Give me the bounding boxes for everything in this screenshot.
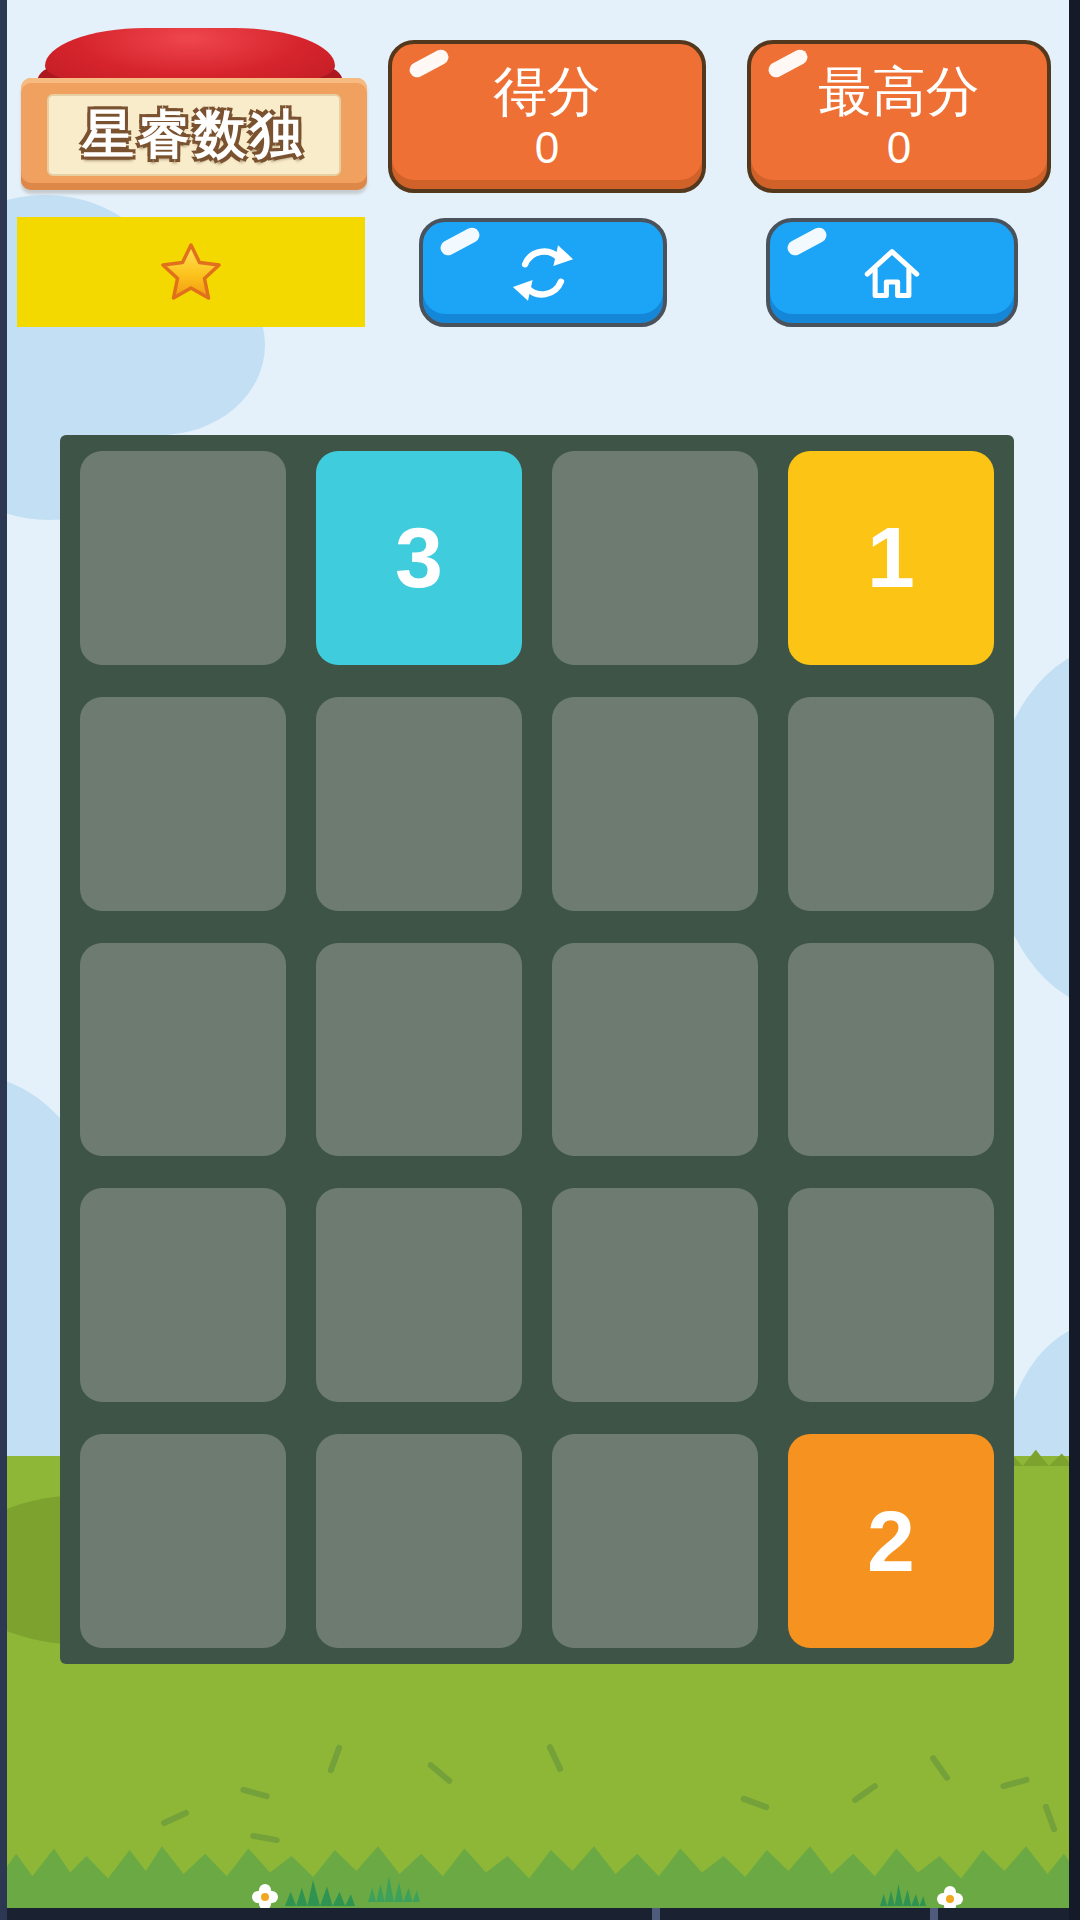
grass-dash (250, 1832, 281, 1843)
empty-cell[interactable] (788, 943, 994, 1157)
empty-cell[interactable] (80, 1434, 286, 1648)
empty-cell[interactable] (552, 1434, 758, 1648)
home-icon (856, 237, 928, 309)
grass-dash (1000, 1776, 1031, 1790)
refresh-icon (506, 236, 580, 310)
home-button[interactable] (766, 218, 1018, 327)
grass-dash (327, 1744, 343, 1774)
empty-cell[interactable] (552, 1188, 758, 1402)
sign-panel: 星睿数独 (47, 94, 341, 176)
empty-cell[interactable] (552, 451, 758, 665)
screen-edge-right (1069, 0, 1080, 1920)
best-score-panel: 最高分 0 (747, 40, 1051, 193)
restart-button[interactable] (419, 218, 667, 327)
screen-edge-left (0, 0, 7, 1920)
empty-cell[interactable] (552, 697, 758, 911)
tile-1[interactable]: 1 (788, 451, 994, 665)
grass-fringe (0, 1835, 1080, 1910)
grass-dash (929, 1754, 951, 1782)
empty-cell[interactable] (80, 1188, 286, 1402)
grass-dash (851, 1782, 879, 1804)
tile-3[interactable]: 3 (316, 451, 522, 665)
grass-dash (1042, 1803, 1058, 1833)
star-icon (159, 240, 223, 304)
tile-2[interactable]: 2 (788, 1434, 994, 1648)
sign-frame: 星睿数独 (21, 78, 367, 190)
grass-dash (740, 1795, 770, 1811)
grass-dash (160, 1809, 190, 1827)
empty-cell[interactable] (788, 1188, 994, 1402)
bottom-bar-slit (930, 1908, 938, 1920)
score-value: 0 (535, 126, 559, 170)
empty-cell[interactable] (80, 943, 286, 1157)
app-title-sign: 星睿数独 (21, 26, 367, 190)
empty-cell[interactable] (316, 1188, 522, 1402)
empty-cell[interactable] (316, 1434, 522, 1648)
empty-cell[interactable] (316, 697, 522, 911)
grass-dash (546, 1743, 564, 1773)
score-label: 得分 (493, 64, 601, 118)
score-panel: 得分 0 (388, 40, 706, 193)
game-board[interactable]: 312 (60, 435, 1014, 1664)
empty-cell[interactable] (80, 451, 286, 665)
star-banner[interactable] (17, 217, 365, 327)
empty-cell[interactable] (552, 943, 758, 1157)
daisy-icon (256, 1888, 274, 1906)
grass-dash (427, 1761, 454, 1785)
grass-dash (240, 1786, 271, 1800)
bottom-bar-slit (652, 1908, 660, 1920)
daisy-icon (941, 1890, 959, 1908)
best-score-label: 最高分 (818, 64, 980, 118)
empty-cell[interactable] (316, 943, 522, 1157)
bottom-bar (0, 1908, 1080, 1920)
empty-cell[interactable] (788, 697, 994, 911)
app-title: 星睿数独 (82, 100, 306, 170)
best-score-value: 0 (887, 126, 911, 170)
empty-cell[interactable] (80, 697, 286, 911)
